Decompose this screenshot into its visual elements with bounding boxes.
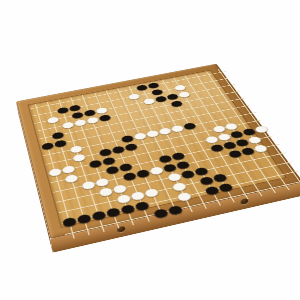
black-stone: ● xyxy=(117,161,134,173)
intersection xyxy=(200,153,218,165)
intersection xyxy=(69,191,86,204)
black-stone: ● xyxy=(97,146,113,157)
intersection xyxy=(86,198,104,211)
intersection xyxy=(74,161,90,173)
white-stone: ● xyxy=(114,192,132,205)
white-stone: ● xyxy=(71,152,87,163)
intersection xyxy=(52,187,55,197)
intersection: ● xyxy=(94,176,111,188)
black-stone: ● xyxy=(134,167,152,179)
intersection: ● xyxy=(179,168,197,180)
intersection: ● xyxy=(90,208,108,222)
white-stone: ● xyxy=(60,163,76,175)
intersection xyxy=(244,154,263,166)
intersection xyxy=(148,136,165,147)
intersection xyxy=(107,173,124,185)
black-stone: ● xyxy=(110,144,126,155)
white-stone: ● xyxy=(93,175,110,187)
black-stone: ● xyxy=(174,159,192,171)
intersection xyxy=(45,157,61,169)
intersection xyxy=(231,157,250,169)
black-stone: ● xyxy=(75,211,93,225)
white-stone: ● xyxy=(142,186,160,199)
intersection: ● xyxy=(117,161,134,173)
intersection xyxy=(184,177,203,190)
white-stone: ● xyxy=(80,178,97,191)
intersection xyxy=(83,188,100,201)
intersection xyxy=(58,155,74,166)
black-stone: ● xyxy=(197,174,216,187)
intersection xyxy=(161,193,180,206)
intersection xyxy=(47,169,50,178)
black-stone: ● xyxy=(210,171,229,183)
black-stone: ● xyxy=(233,137,251,148)
black-stone: ● xyxy=(208,142,226,153)
intersection xyxy=(77,169,94,181)
intersection xyxy=(50,178,53,187)
intersection: ● xyxy=(170,180,189,193)
intersection xyxy=(55,194,72,207)
intersection xyxy=(256,172,276,185)
intersection xyxy=(283,166,300,178)
intersection xyxy=(152,144,169,155)
white-stone: ● xyxy=(111,182,129,195)
intersection xyxy=(195,145,213,156)
black-stone: ● xyxy=(121,170,138,182)
intersection xyxy=(130,158,147,170)
intersection xyxy=(66,182,83,195)
intersection: ● xyxy=(210,171,229,183)
intersection: ● xyxy=(75,212,93,226)
white-stone: ● xyxy=(175,189,194,202)
white-stone: ● xyxy=(215,131,233,142)
go-board: ●●●●●●●●●●●●●●●●●●●●●●●●●●●●●●●●●●●●●●●●… xyxy=(16,64,300,239)
intersection xyxy=(187,156,205,168)
intersection: ● xyxy=(202,184,221,197)
intersection xyxy=(243,175,263,188)
intersection xyxy=(269,169,289,181)
intersection xyxy=(136,139,153,150)
intersection: ● xyxy=(175,190,194,203)
intersection: ● xyxy=(133,199,152,213)
intersection xyxy=(58,207,61,218)
intersection xyxy=(50,175,67,187)
intersection xyxy=(190,137,207,148)
intersection xyxy=(55,146,71,157)
intersection xyxy=(58,204,76,218)
white-stone: ● xyxy=(47,166,63,178)
black-stone: ● xyxy=(238,145,257,156)
black-stone: ● xyxy=(104,164,121,176)
board-frame: ●●●●●●●●●●●●●●●●●●●●●●●●●●●●●●●●●●●●●●●●… xyxy=(16,64,300,239)
black-stone: ● xyxy=(220,139,238,150)
intersection xyxy=(84,149,100,160)
black-stone: ● xyxy=(133,199,152,213)
intersection xyxy=(258,132,276,143)
intersection: ● xyxy=(215,131,233,142)
board-perspective-wrap: ●●●●●●●●●●●●●●●●●●●●●●●●●●●●●●●●●●●●●●●●… xyxy=(22,14,270,262)
intersection xyxy=(224,168,243,180)
white-stone: ● xyxy=(252,124,270,135)
black-stone: ● xyxy=(60,214,78,228)
intersection: ● xyxy=(216,181,235,194)
intersection xyxy=(165,142,182,153)
black-stone: ● xyxy=(192,165,210,177)
intersection xyxy=(138,176,156,189)
intersection: ● xyxy=(97,185,115,198)
drill-hole-right xyxy=(240,198,247,205)
intersection xyxy=(55,197,58,207)
intersection: ● xyxy=(165,171,183,183)
intersection: ● xyxy=(156,153,174,165)
intersection xyxy=(218,159,237,171)
white-stone: ● xyxy=(97,185,115,198)
intersection xyxy=(72,201,90,215)
black-stone: ● xyxy=(100,155,117,167)
white-stone: ● xyxy=(63,172,80,184)
intersection xyxy=(100,195,118,208)
black-stone: ● xyxy=(156,153,173,165)
intersection: ● xyxy=(121,170,138,182)
intersection xyxy=(125,179,143,192)
white-stone: ● xyxy=(170,180,189,193)
intersection: ● xyxy=(115,192,133,205)
intersection: ● xyxy=(208,142,226,153)
intersection: ● xyxy=(87,158,104,170)
intersection xyxy=(276,157,296,169)
intersection xyxy=(42,151,44,160)
intersection xyxy=(257,151,276,163)
intersection xyxy=(156,183,174,196)
intersection: ● xyxy=(68,143,84,154)
intersection xyxy=(147,196,166,209)
intersection xyxy=(152,174,170,186)
intersection xyxy=(52,185,69,198)
black-stone: ● xyxy=(226,148,244,159)
intersection xyxy=(42,149,58,160)
intersection: ● xyxy=(245,134,263,145)
intersection: ● xyxy=(169,150,187,161)
black-stone: ● xyxy=(90,208,108,222)
intersection xyxy=(250,163,269,175)
intersection: ● xyxy=(203,134,221,145)
intersection xyxy=(45,160,47,169)
white-stone: ● xyxy=(165,170,183,182)
intersection: ● xyxy=(104,164,121,176)
intersection xyxy=(229,178,249,191)
white-stone: ● xyxy=(203,134,221,145)
intersection: ● xyxy=(142,186,160,199)
intersection: ● xyxy=(71,152,87,163)
intersection: ● xyxy=(134,167,152,179)
black-stone: ● xyxy=(104,205,122,219)
product-photo: ●●●●●●●●●●●●●●●●●●●●●●●●●●●●●●●●●●●●●●●●… xyxy=(0,0,300,300)
intersection: ● xyxy=(47,166,63,178)
intersection: ● xyxy=(104,205,122,219)
intersection xyxy=(113,152,130,163)
white-stone: ● xyxy=(68,143,84,154)
white-stone: ● xyxy=(251,142,270,153)
intersection xyxy=(139,147,156,158)
intersection: ● xyxy=(192,165,210,177)
intersection: ● xyxy=(197,174,216,187)
intersection xyxy=(90,167,107,179)
black-stone: ● xyxy=(169,150,187,161)
black-stone: ● xyxy=(123,141,140,152)
intersection: ● xyxy=(239,145,258,156)
intersection: ● xyxy=(161,162,179,174)
intersection xyxy=(143,156,160,168)
black-stone: ● xyxy=(118,202,136,216)
intersection xyxy=(237,166,256,178)
intersection: ● xyxy=(110,144,126,155)
drill-hole-left xyxy=(117,226,125,233)
intersection: ● xyxy=(61,215,79,229)
intersection xyxy=(61,218,64,229)
intersection xyxy=(178,139,195,150)
intersection: ● xyxy=(226,148,244,159)
black-stone: ● xyxy=(179,168,197,180)
intersection: ● xyxy=(251,143,270,154)
intersection: ● xyxy=(220,140,238,151)
intersection: ● xyxy=(148,164,166,176)
black-stone: ● xyxy=(87,157,104,169)
intersection xyxy=(189,187,208,200)
intersection: ● xyxy=(60,163,76,175)
intersection: ● xyxy=(111,182,129,195)
white-stone: ● xyxy=(147,164,165,176)
intersection xyxy=(263,160,282,172)
intersection xyxy=(264,140,283,151)
white-stone: ● xyxy=(128,189,146,202)
intersection: ● xyxy=(174,159,192,171)
intersection xyxy=(213,151,231,163)
intersection: ● xyxy=(97,147,113,158)
intersection xyxy=(126,150,143,161)
intersection: ● xyxy=(80,179,97,192)
intersection xyxy=(182,147,200,158)
intersection xyxy=(270,148,289,160)
intersection: ● xyxy=(123,141,140,152)
intersection xyxy=(205,162,224,174)
intersection xyxy=(81,141,97,152)
black-stone: ● xyxy=(202,183,221,196)
intersection: ● xyxy=(252,124,270,135)
intersection: ● xyxy=(100,155,117,167)
black-stone: ● xyxy=(216,181,235,194)
intersection: ● xyxy=(63,172,80,184)
intersection: ● xyxy=(233,137,251,148)
intersection: ● xyxy=(129,189,147,202)
black-stone: ● xyxy=(161,161,179,173)
white-stone: ● xyxy=(245,134,263,145)
intersection: ● xyxy=(118,202,136,216)
